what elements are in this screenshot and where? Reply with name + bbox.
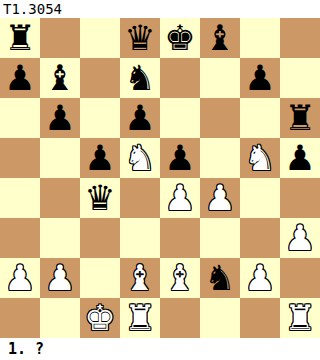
square-f8[interactable]: ♝ (200, 18, 240, 58)
square-h2[interactable] (280, 258, 320, 298)
white-king[interactable]: ♚ (84, 298, 115, 338)
square-b4[interactable] (40, 178, 80, 218)
black-pawn[interactable]: ♟ (244, 58, 275, 98)
square-d8[interactable]: ♛ (120, 18, 160, 58)
square-b3[interactable] (40, 218, 80, 258)
black-bishop[interactable]: ♝ (44, 58, 75, 98)
square-b8[interactable] (40, 18, 80, 58)
square-e1[interactable] (160, 298, 200, 338)
square-c4[interactable]: ♛ (80, 178, 120, 218)
square-e8[interactable]: ♚ (160, 18, 200, 58)
chess-board: ♜♛♚♝♟♝♞♟♟♟♜♟♞♟♞♟♛♟♟♟♟♟♝♝♞♟♚♜♜ (0, 18, 320, 338)
square-d4[interactable] (120, 178, 160, 218)
square-g4[interactable] (240, 178, 280, 218)
square-a3[interactable] (0, 218, 40, 258)
square-a8[interactable]: ♜ (0, 18, 40, 58)
square-h7[interactable] (280, 58, 320, 98)
black-queen[interactable]: ♛ (84, 178, 115, 218)
square-h3[interactable]: ♟ (280, 218, 320, 258)
square-c8[interactable] (80, 18, 120, 58)
square-d3[interactable] (120, 218, 160, 258)
square-f7[interactable] (200, 58, 240, 98)
square-g6[interactable] (240, 98, 280, 138)
white-knight[interactable]: ♞ (244, 138, 275, 178)
black-pawn[interactable]: ♟ (124, 98, 155, 138)
square-e6[interactable] (160, 98, 200, 138)
square-h5[interactable]: ♟ (280, 138, 320, 178)
footer-bar: 1. ? (0, 338, 320, 360)
black-rook[interactable]: ♜ (4, 18, 35, 58)
square-c2[interactable] (80, 258, 120, 298)
square-b1[interactable] (40, 298, 80, 338)
square-b7[interactable]: ♝ (40, 58, 80, 98)
square-e7[interactable] (160, 58, 200, 98)
square-b6[interactable]: ♟ (40, 98, 80, 138)
black-pawn[interactable]: ♟ (84, 138, 115, 178)
square-g8[interactable] (240, 18, 280, 58)
black-bishop[interactable]: ♝ (204, 18, 235, 58)
square-a1[interactable] (0, 298, 40, 338)
square-e3[interactable] (160, 218, 200, 258)
move-prompt: 1. ? (8, 340, 44, 358)
square-a6[interactable] (0, 98, 40, 138)
square-f2[interactable]: ♞ (200, 258, 240, 298)
square-a4[interactable] (0, 178, 40, 218)
white-pawn[interactable]: ♟ (204, 178, 235, 218)
square-g5[interactable]: ♞ (240, 138, 280, 178)
square-b2[interactable]: ♟ (40, 258, 80, 298)
square-h4[interactable] (280, 178, 320, 218)
white-pawn[interactable]: ♟ (244, 258, 275, 298)
square-f6[interactable] (200, 98, 240, 138)
square-d6[interactable]: ♟ (120, 98, 160, 138)
square-c3[interactable] (80, 218, 120, 258)
square-h6[interactable]: ♜ (280, 98, 320, 138)
square-e4[interactable]: ♟ (160, 178, 200, 218)
square-e5[interactable]: ♟ (160, 138, 200, 178)
black-pawn[interactable]: ♟ (164, 138, 195, 178)
square-e2[interactable]: ♝ (160, 258, 200, 298)
square-f5[interactable] (200, 138, 240, 178)
square-h1[interactable]: ♜ (280, 298, 320, 338)
black-king[interactable]: ♚ (164, 18, 195, 58)
square-f3[interactable] (200, 218, 240, 258)
square-g7[interactable]: ♟ (240, 58, 280, 98)
square-c1[interactable]: ♚ (80, 298, 120, 338)
black-knight[interactable]: ♞ (124, 58, 155, 98)
square-c5[interactable]: ♟ (80, 138, 120, 178)
square-d7[interactable]: ♞ (120, 58, 160, 98)
black-rook[interactable]: ♜ (284, 98, 315, 138)
white-rook[interactable]: ♜ (124, 298, 155, 338)
square-d2[interactable]: ♝ (120, 258, 160, 298)
square-g3[interactable] (240, 218, 280, 258)
black-pawn[interactable]: ♟ (44, 98, 75, 138)
square-a5[interactable] (0, 138, 40, 178)
square-c7[interactable] (80, 58, 120, 98)
square-d1[interactable]: ♜ (120, 298, 160, 338)
square-f4[interactable]: ♟ (200, 178, 240, 218)
square-d5[interactable]: ♞ (120, 138, 160, 178)
square-f1[interactable] (200, 298, 240, 338)
white-pawn[interactable]: ♟ (4, 258, 35, 298)
position-id-label: T1.3054 (3, 1, 62, 17)
white-pawn[interactable]: ♟ (164, 178, 195, 218)
square-a7[interactable]: ♟ (0, 58, 40, 98)
white-bishop[interactable]: ♝ (124, 258, 155, 298)
square-g1[interactable] (240, 298, 280, 338)
square-h8[interactable] (280, 18, 320, 58)
black-queen[interactable]: ♛ (124, 18, 155, 58)
white-pawn[interactable]: ♟ (44, 258, 75, 298)
chess-app-window: T1.3054 ♜♛♚♝♟♝♞♟♟♟♜♟♞♟♞♟♛♟♟♟♟♟♝♝♞♟♚♜♜ 1.… (0, 0, 320, 360)
square-b5[interactable] (40, 138, 80, 178)
white-pawn[interactable]: ♟ (284, 218, 315, 258)
square-c6[interactable] (80, 98, 120, 138)
white-bishop[interactable]: ♝ (164, 258, 195, 298)
square-g2[interactable]: ♟ (240, 258, 280, 298)
title-bar: T1.3054 (0, 0, 320, 18)
white-knight[interactable]: ♞ (124, 138, 155, 178)
black-pawn[interactable]: ♟ (284, 138, 315, 178)
square-a2[interactable]: ♟ (0, 258, 40, 298)
black-pawn[interactable]: ♟ (4, 58, 35, 98)
black-knight[interactable]: ♞ (204, 258, 235, 298)
white-rook[interactable]: ♜ (284, 298, 315, 338)
